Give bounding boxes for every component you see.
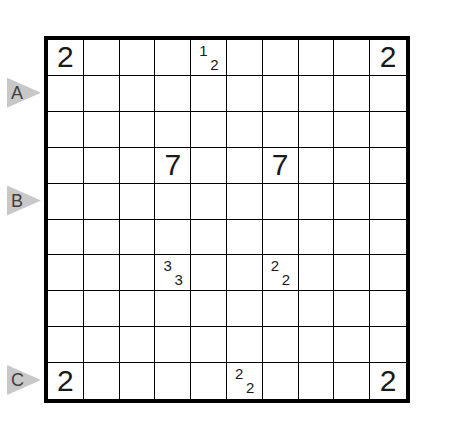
cell-r2c1[interactable] [48, 76, 84, 112]
cell-r9c9[interactable] [334, 327, 370, 363]
cell-r6c4[interactable] [155, 220, 191, 256]
cell-r6c10[interactable] [370, 220, 406, 256]
cell-r2c9[interactable] [334, 76, 370, 112]
cell-r6c2[interactable] [84, 220, 120, 256]
cell-r1c1[interactable]: 2 [48, 40, 84, 76]
row-marker-label: C [11, 371, 24, 389]
row-marker-label: B [11, 192, 23, 210]
cell-r4c9[interactable] [334, 148, 370, 184]
cell-r3c1[interactable] [48, 112, 84, 148]
row-marker-b: B [7, 186, 41, 216]
cell-r5c5[interactable] [191, 184, 227, 220]
cell-r5c1[interactable] [48, 184, 84, 220]
cell-r3c9[interactable] [334, 112, 370, 148]
clue-value: 2 [235, 366, 243, 381]
tapa-board: 21227733222222 [44, 36, 410, 403]
cell-r2c4[interactable] [155, 76, 191, 112]
cell-r6c7[interactable] [263, 220, 299, 256]
cell-r3c10[interactable] [370, 112, 406, 148]
clue-value: 1 [199, 43, 207, 58]
clue-value: 7 [263, 148, 298, 183]
cell-r7c9[interactable] [334, 255, 370, 291]
cell-r1c3[interactable] [120, 40, 156, 76]
clue-value: 2 [282, 272, 290, 287]
cell-r8c4[interactable] [155, 291, 191, 327]
cell-r9c6[interactable] [227, 327, 263, 363]
row-marker-c: C [7, 365, 41, 395]
cell-r5c10[interactable] [370, 184, 406, 220]
cell-r9c4[interactable] [155, 327, 191, 363]
cell-r9c7[interactable] [263, 327, 299, 363]
cell-r7c4[interactable]: 33 [155, 255, 191, 291]
tapa-puzzle-page: 21227733222222 ABC [0, 0, 453, 441]
cell-r6c9[interactable] [334, 220, 370, 256]
cell-r4c3[interactable] [120, 148, 156, 184]
cell-r7c5[interactable] [191, 255, 227, 291]
cell-r8c7[interactable] [263, 291, 299, 327]
cell-r4c8[interactable] [299, 148, 335, 184]
cell-r8c2[interactable] [84, 291, 120, 327]
cell-r7c2[interactable] [84, 255, 120, 291]
cell-r10c7[interactable] [263, 363, 299, 399]
cell-r9c1[interactable] [48, 327, 84, 363]
cell-r4c2[interactable] [84, 148, 120, 184]
cell-r6c6[interactable] [227, 220, 263, 256]
cell-r10c9[interactable] [334, 363, 370, 399]
cell-r7c8[interactable] [299, 255, 335, 291]
cell-r2c5[interactable] [191, 76, 227, 112]
cell-r9c3[interactable] [120, 327, 156, 363]
cell-r2c2[interactable] [84, 76, 120, 112]
cell-r1c7[interactable] [263, 40, 299, 76]
cell-r6c8[interactable] [299, 220, 335, 256]
cell-r7c6[interactable] [227, 255, 263, 291]
cell-r10c5[interactable] [191, 363, 227, 399]
cell-r5c2[interactable] [84, 184, 120, 220]
cell-r1c2[interactable] [84, 40, 120, 76]
cell-r9c5[interactable] [191, 327, 227, 363]
cell-r5c4[interactable] [155, 184, 191, 220]
cell-r4c6[interactable] [227, 148, 263, 184]
clue-value: 2 [271, 258, 279, 273]
cell-r4c5[interactable] [191, 148, 227, 184]
cell-r7c1[interactable] [48, 255, 84, 291]
cell-r2c7[interactable] [263, 76, 299, 112]
clue-value: 3 [163, 258, 171, 273]
cell-r5c9[interactable] [334, 184, 370, 220]
cell-r8c8[interactable] [299, 291, 335, 327]
cell-r6c5[interactable] [191, 220, 227, 256]
cell-r10c3[interactable] [120, 363, 156, 399]
clue-value: 2 [370, 40, 406, 75]
cell-r1c9[interactable] [334, 40, 370, 76]
cell-r10c10[interactable]: 2 [370, 363, 406, 399]
cell-r3c8[interactable] [299, 112, 335, 148]
cell-r6c3[interactable] [120, 220, 156, 256]
cell-r6c1[interactable] [48, 220, 84, 256]
cell-r8c10[interactable] [370, 291, 406, 327]
cell-r1c4[interactable] [155, 40, 191, 76]
cell-r8c1[interactable] [48, 291, 84, 327]
cell-r8c6[interactable] [227, 291, 263, 327]
clue-value: 2 [48, 363, 83, 399]
cell-r9c8[interactable] [299, 327, 335, 363]
cell-r2c6[interactable] [227, 76, 263, 112]
cell-r8c9[interactable] [334, 291, 370, 327]
cell-r5c8[interactable] [299, 184, 335, 220]
cell-r3c2[interactable] [84, 112, 120, 148]
cell-r3c5[interactable] [191, 112, 227, 148]
cell-r5c3[interactable] [120, 184, 156, 220]
cell-r5c6[interactable] [227, 184, 263, 220]
clue-value: 7 [155, 148, 190, 183]
cell-r9c10[interactable] [370, 327, 406, 363]
cell-r4c7[interactable]: 7 [263, 148, 299, 184]
clue-value: 2 [370, 363, 406, 399]
clue-value: 3 [174, 272, 182, 287]
cell-r7c3[interactable] [120, 255, 156, 291]
cell-r2c3[interactable] [120, 76, 156, 112]
cell-r7c7[interactable]: 22 [263, 255, 299, 291]
cell-r4c10[interactable] [370, 148, 406, 184]
cell-r10c1[interactable]: 2 [48, 363, 84, 399]
clue-value: 2 [246, 380, 254, 395]
cell-r10c6[interactable]: 22 [227, 363, 263, 399]
cell-r1c6[interactable] [227, 40, 263, 76]
cell-r5c7[interactable] [263, 184, 299, 220]
cell-r7c10[interactable] [370, 255, 406, 291]
cell-r1c8[interactable] [299, 40, 335, 76]
cell-r3c4[interactable] [155, 112, 191, 148]
row-marker-a: A [7, 78, 41, 108]
cell-r2c10[interactable] [370, 76, 406, 112]
cell-r3c6[interactable] [227, 112, 263, 148]
cell-r2c8[interactable] [299, 76, 335, 112]
cell-r10c4[interactable] [155, 363, 191, 399]
cell-r3c3[interactable] [120, 112, 156, 148]
row-marker-label: A [11, 84, 23, 102]
cell-r8c5[interactable] [191, 291, 227, 327]
cell-r4c1[interactable] [48, 148, 84, 184]
clue-value: 2 [210, 57, 218, 72]
cell-r10c8[interactable] [299, 363, 335, 399]
cell-r1c10[interactable]: 2 [370, 40, 406, 76]
cell-r3c7[interactable] [263, 112, 299, 148]
cell-r10c2[interactable] [84, 363, 120, 399]
cell-r9c2[interactable] [84, 327, 120, 363]
cell-r8c3[interactable] [120, 291, 156, 327]
cell-r4c4[interactable]: 7 [155, 148, 191, 184]
clue-value: 2 [48, 40, 83, 75]
cell-r1c5[interactable]: 12 [191, 40, 227, 76]
